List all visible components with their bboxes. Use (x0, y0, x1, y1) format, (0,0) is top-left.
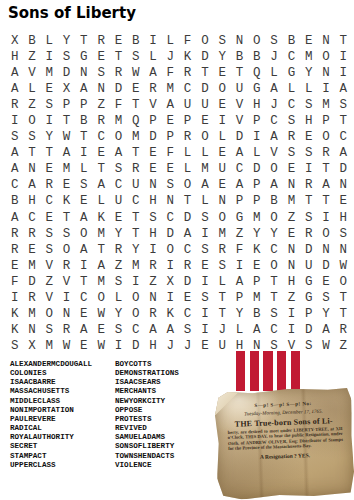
word-list-left-column: ALEXANDERMCDOUGALLCOLONIESISAACBARREMASS… (10, 360, 115, 470)
grid-cell: M (110, 113, 127, 129)
grid-cell: T (214, 306, 231, 322)
word-list-item: ISAACSEARS (115, 378, 179, 387)
grid-cell: D (317, 258, 334, 274)
grid-cell: E (214, 97, 231, 113)
grid-cell: P (248, 177, 265, 193)
grid-cell: I (41, 49, 58, 65)
grid-cell: R (179, 65, 196, 81)
grid-cell: E (110, 33, 127, 49)
grid-cell: A (335, 145, 352, 161)
grid-cell: R (144, 306, 161, 322)
grid-cell: H (248, 97, 265, 113)
word-list-item: SONSOFLIBERTY (115, 442, 179, 451)
grid-cell: C (127, 193, 144, 209)
broadside-clipping-image: S—p! S—p! S—p! No: Tuesday-Morning, Dece… (214, 387, 354, 500)
grid-cell: U (231, 81, 248, 97)
grid-cell: R (23, 226, 40, 242)
grid-cell: C (41, 193, 58, 209)
grid-cell: A (231, 274, 248, 290)
grid-cell: B (231, 49, 248, 65)
grid-cell: E (41, 161, 58, 177)
word-list-item: ISAACBARRE (10, 378, 115, 387)
grid-cell: Y (41, 129, 58, 145)
grid-cell: I (144, 33, 161, 49)
grid-cell: C (110, 177, 127, 193)
grid-cell: A (92, 177, 109, 193)
grid-cell: U (110, 193, 127, 209)
grid-cell: R (92, 113, 109, 129)
grid-cell: L (196, 193, 213, 209)
grid-cell: R (41, 177, 58, 193)
grid-cell: G (300, 290, 317, 306)
grid-cell: R (214, 242, 231, 258)
grid-cell: Y (127, 242, 144, 258)
grid-cell: E (300, 129, 317, 145)
grid-cell: M (162, 81, 179, 97)
grid-cell: D (300, 322, 317, 338)
grid-cell: A (162, 97, 179, 113)
grid-cell: C (92, 129, 109, 145)
grid-cell: R (144, 81, 161, 97)
word-list-item: SAMUELADAMS (115, 433, 179, 442)
grid-cell: N (317, 65, 334, 81)
grid-cell: S (283, 113, 300, 129)
grid-cell: K (162, 306, 179, 322)
grid-cell: K (6, 306, 23, 322)
page-title: Sons of Liberty (8, 4, 136, 22)
grid-cell: E (144, 161, 161, 177)
grid-cell: E (300, 33, 317, 49)
grid-cell: C (335, 129, 352, 145)
grid-cell: D (196, 49, 213, 65)
grid-cell: S (58, 49, 75, 65)
grid-cell: A (335, 81, 352, 97)
grid-cell: R (283, 129, 300, 145)
grid-cell: T (127, 97, 144, 113)
grid-cell: O (196, 129, 213, 145)
word-list-item: STAMPACT (10, 452, 115, 461)
grid-cell: T (317, 193, 334, 209)
word-list-item: UPPERCLASS (10, 461, 115, 470)
grid-cell: L (248, 145, 265, 161)
grid-cell: E (41, 210, 58, 226)
grid-cell: M (23, 258, 40, 274)
grid-cell: P (248, 193, 265, 209)
grid-cell: U (127, 177, 144, 193)
grid-cell: H (23, 193, 40, 209)
grid-cell: A (144, 322, 161, 338)
word-list: ALEXANDERMCDOUGALLCOLONIESISAACBARREMASS… (10, 360, 179, 470)
grid-cell: C (179, 81, 196, 97)
grid-cell: O (335, 274, 352, 290)
grid-cell: A (92, 258, 109, 274)
grid-cell: U (214, 161, 231, 177)
grid-cell: I (317, 210, 334, 226)
grid-cell: N (214, 193, 231, 209)
grid-cell: Y (317, 306, 334, 322)
grid-cell: E (162, 161, 179, 177)
grid-cell: X (6, 33, 23, 49)
broadside-body: berty, are desired to meet under LIBERTY… (227, 426, 343, 452)
grid-cell: A (265, 177, 282, 193)
grid-cell: O (23, 113, 40, 129)
grid-cell: I (196, 322, 213, 338)
grid-cell: W (92, 338, 109, 354)
grid-cell: M (92, 226, 109, 242)
grid-cell: N (283, 177, 300, 193)
grid-cell: Z (283, 290, 300, 306)
grid-cell: Q (248, 65, 265, 81)
grid-cell: M (127, 258, 144, 274)
grid-cell: P (144, 113, 161, 129)
grid-cell: Y (214, 49, 231, 65)
grid-cell: T (300, 193, 317, 209)
grid-cell: A (6, 65, 23, 81)
grid-cell: E (196, 338, 213, 354)
grid-cell: K (248, 242, 265, 258)
grid-cell: A (265, 129, 282, 145)
word-list-item: REVIVED (115, 424, 179, 433)
grid-cell: S (265, 306, 282, 322)
grid-cell: R (127, 161, 144, 177)
grid-cell: T (265, 290, 282, 306)
grid-cell: J (162, 338, 179, 354)
grid-cell: F (6, 274, 23, 290)
grid-cell: E (75, 306, 92, 322)
grid-cell: S (317, 290, 334, 306)
grid-cell: L (144, 49, 161, 65)
grid-cell: E (6, 258, 23, 274)
grid-cell: E (248, 258, 265, 274)
grid-cell: P (58, 97, 75, 113)
grid-cell: M (214, 226, 231, 242)
grid-cell: V (58, 274, 75, 290)
grid-cell: W (58, 338, 75, 354)
grid-cell: I (248, 129, 265, 145)
grid-cell: N (335, 177, 352, 193)
grid-cell: P (75, 97, 92, 113)
grid-cell: A (231, 177, 248, 193)
grid-cell: E (23, 242, 40, 258)
word-list-item: NONIMPORTATION (10, 406, 115, 415)
grid-cell: H (300, 113, 317, 129)
grid-cell: C (283, 97, 300, 113)
grid-cell: D (179, 274, 196, 290)
grid-cell: T (58, 113, 75, 129)
grid-cell: Z (110, 258, 127, 274)
grid-cell: O (179, 177, 196, 193)
grid-cell: T (75, 274, 92, 290)
word-list-item: MIDDLECLASS (10, 397, 115, 406)
grid-cell: Z (144, 274, 161, 290)
grid-cell: S (335, 226, 352, 242)
grid-cell: I (196, 274, 213, 290)
grid-cell: N (144, 177, 161, 193)
grid-cell: M (248, 210, 265, 226)
word-list-item: VIOLENCE (115, 461, 179, 470)
grid-cell: E (196, 258, 213, 274)
grid-cell: V (23, 65, 40, 81)
grid-cell: I (317, 81, 334, 97)
grid-cell: T (265, 274, 282, 290)
grid-cell: C (231, 161, 248, 177)
grid-cell: B (23, 33, 40, 49)
grid-cell: A (75, 242, 92, 258)
grid-cell: K (6, 322, 23, 338)
grid-cell: A (6, 81, 23, 97)
word-list-item: DEMONSTRATIONS (115, 369, 179, 378)
grid-cell: P (162, 129, 179, 145)
grid-cell: E (58, 177, 75, 193)
grid-cell: E (41, 81, 58, 97)
grid-cell: U (300, 258, 317, 274)
grid-cell: R (110, 242, 127, 258)
grid-cell: T (127, 210, 144, 226)
grid-cell: D (196, 81, 213, 97)
grid-cell: I (41, 113, 58, 129)
grid-cell: M (23, 306, 40, 322)
grid-cell: D (248, 161, 265, 177)
grid-cell: S (162, 177, 179, 193)
grid-cell: L (214, 274, 231, 290)
grid-cell: H (144, 226, 161, 242)
grid-cell: O (248, 33, 265, 49)
grid-cell: R (179, 258, 196, 274)
word-list-item: SECRET (10, 442, 115, 451)
grid-cell: C (265, 242, 282, 258)
grid-cell: C (162, 210, 179, 226)
grid-cell: M (41, 338, 58, 354)
word-list-right-column: BOYCOTTSDEMONSTRATIONSISAACSEARSMERCHANT… (115, 360, 179, 470)
grid-cell: L (23, 81, 40, 97)
grid-cell: W (335, 258, 352, 274)
grid-cell: L (179, 145, 196, 161)
grid-cell: A (162, 322, 179, 338)
grid-cell: E (214, 145, 231, 161)
grid-cell: E (75, 193, 92, 209)
grid-cell: A (144, 65, 161, 81)
grid-cell: D (110, 81, 127, 97)
grid-cell: B (265, 193, 282, 209)
word-list-item: NEWYORKCITY (115, 397, 179, 406)
grid-cell: P (179, 113, 196, 129)
grid-cell: P (248, 274, 265, 290)
grid-cell: N (283, 242, 300, 258)
grid-cell: Y (248, 226, 265, 242)
grid-cell: S (41, 226, 58, 242)
word-list-item: COLONIES (10, 369, 115, 378)
grid-cell: H (144, 338, 161, 354)
grid-cell: Z (335, 338, 352, 354)
grid-cell: T (92, 242, 109, 258)
grid-cell: G (300, 274, 317, 290)
grid-cell: R (23, 290, 40, 306)
grid-cell: I (283, 322, 300, 338)
grid-cell: D (58, 65, 75, 81)
grid-cell: A (265, 81, 282, 97)
grid-cell: P (317, 113, 334, 129)
grid-cell: L (214, 129, 231, 145)
grid-cell: G (231, 210, 248, 226)
grid-cell: Y (265, 226, 282, 242)
grid-cell: S (179, 322, 196, 338)
grid-cell: T (41, 145, 58, 161)
grid-cell: E (179, 290, 196, 306)
grid-cell: F (162, 145, 179, 161)
grid-cell: O (92, 290, 109, 306)
grid-cell: Y (110, 226, 127, 242)
grid-cell: B (127, 33, 144, 49)
grid-cell: S (144, 210, 161, 226)
grid-cell: T (335, 113, 352, 129)
grid-cell: Z (92, 97, 109, 113)
grid-cell: L (283, 81, 300, 97)
grid-cell: A (196, 177, 213, 193)
grid-cell: Z (23, 49, 40, 65)
grid-cell: I (127, 274, 144, 290)
grid-cell: I (196, 306, 213, 322)
grid-cell: D (23, 274, 40, 290)
grid-cell: R (6, 97, 23, 113)
grid-cell: W (92, 306, 109, 322)
grid-cell: S (265, 33, 282, 49)
grid-cell: L (196, 145, 213, 161)
grid-cell: D (335, 161, 352, 177)
grid-cell: T (127, 145, 144, 161)
grid-cell: M (300, 49, 317, 65)
grid-cell: B (248, 306, 265, 322)
grid-cell: P (231, 290, 248, 306)
grid-cell: N (92, 81, 109, 97)
grid-cell: Z (231, 226, 248, 242)
grid-cell: T (58, 210, 75, 226)
grid-cell: S (335, 97, 352, 113)
grid-cell: S (283, 145, 300, 161)
grid-cell: N (23, 161, 40, 177)
grid-cell: A (6, 145, 23, 161)
grid-cell: T (23, 145, 40, 161)
grid-cell: O (41, 306, 58, 322)
grid-cell: L (41, 33, 58, 49)
grid-cell: A (231, 145, 248, 161)
grid-cell: E (144, 145, 161, 161)
grid-cell: I (75, 258, 92, 274)
word-list-item: TOWNSHENDACTS (115, 452, 179, 461)
grid-cell: T (317, 161, 334, 177)
grid-cell: T (335, 290, 352, 306)
grid-cell: P (300, 306, 317, 322)
worksheet-page: Sons of Liberty XBLYTREBILFOSNOSBENTHZIS… (0, 0, 354, 500)
grid-cell: F (231, 242, 248, 258)
grid-cell: E (127, 81, 144, 97)
grid-cell: B (283, 33, 300, 49)
grid-cell: C (265, 322, 282, 338)
grid-cell: S (41, 242, 58, 258)
grid-cell: T (92, 161, 109, 177)
grid-cell: T (214, 290, 231, 306)
grid-cell: E (283, 226, 300, 242)
grid-cell: T (75, 33, 92, 49)
grid-cell: P (231, 193, 248, 209)
grid-cell: D (162, 226, 179, 242)
word-list-item: ROYALAUTHORITY (10, 433, 115, 442)
grid-cell: G (283, 65, 300, 81)
grid-cell: O (110, 129, 127, 145)
grid-cell: T (196, 65, 213, 81)
grid-cell: B (75, 113, 92, 129)
grid-cell: C (265, 113, 282, 129)
grid-cell: D (231, 129, 248, 145)
grid-cell: R (92, 33, 109, 49)
grid-cell: R (6, 242, 23, 258)
grid-cell: D (179, 210, 196, 226)
grid-cell: E (214, 177, 231, 193)
grid-cell: M (317, 97, 334, 113)
grid-cell: E (162, 113, 179, 129)
grid-cell: Z (283, 210, 300, 226)
grid-cell: N (58, 306, 75, 322)
sons-of-liberty-flag-image (236, 351, 300, 391)
grid-cell: O (317, 49, 334, 65)
grid-cell: E (283, 161, 300, 177)
grid-cell: Y (300, 65, 317, 81)
grid-cell: J (265, 49, 282, 65)
grid-cell: F (179, 33, 196, 49)
grid-cell: I (6, 113, 23, 129)
grid-cell: I (214, 113, 231, 129)
grid-cell: V (41, 290, 58, 306)
grid-cell: L (75, 161, 92, 177)
grid-cell: E (92, 322, 109, 338)
grid-cell: M (283, 193, 300, 209)
grid-cell: O (265, 210, 282, 226)
grid-cell: O (214, 81, 231, 97)
grid-cell: R (110, 65, 127, 81)
word-list-item: PROTESTS (115, 415, 179, 424)
grid-cell: L (162, 33, 179, 49)
grid-cell: F (162, 65, 179, 81)
word-list-item: MERCHANTS (115, 387, 179, 396)
grid-cell: K (92, 210, 109, 226)
grid-cell: B (248, 49, 265, 65)
grid-cell: C (127, 322, 144, 338)
grid-cell: A (58, 145, 75, 161)
grid-cell: R (179, 129, 196, 145)
grid-cell: T (335, 33, 352, 49)
grid-cell: E (335, 193, 352, 209)
grid-cell: R (317, 145, 334, 161)
grid-cell: C (75, 290, 92, 306)
grid-cell: S (196, 210, 213, 226)
grid-cell: X (58, 81, 75, 97)
grid-cell: L (265, 65, 282, 81)
grid-cell: V (41, 258, 58, 274)
grid-cell: S (75, 177, 92, 193)
grid-cell: C (23, 210, 40, 226)
grid-cell: E (196, 113, 213, 129)
grid-cell: I (196, 226, 213, 242)
grid-cell: X (162, 274, 179, 290)
grid-cell: I (335, 49, 352, 65)
grid-cell: R (335, 322, 352, 338)
broadside-closing: A Resignation ? YES. (216, 450, 353, 461)
grid-cell: D (144, 129, 161, 145)
grid-cell: O (317, 129, 334, 145)
grid-cell: M (248, 290, 265, 306)
grid-cell: W (58, 129, 75, 145)
word-list-item: ALEXANDERMCDOUGALL (10, 360, 115, 369)
grid-cell: I (231, 258, 248, 274)
